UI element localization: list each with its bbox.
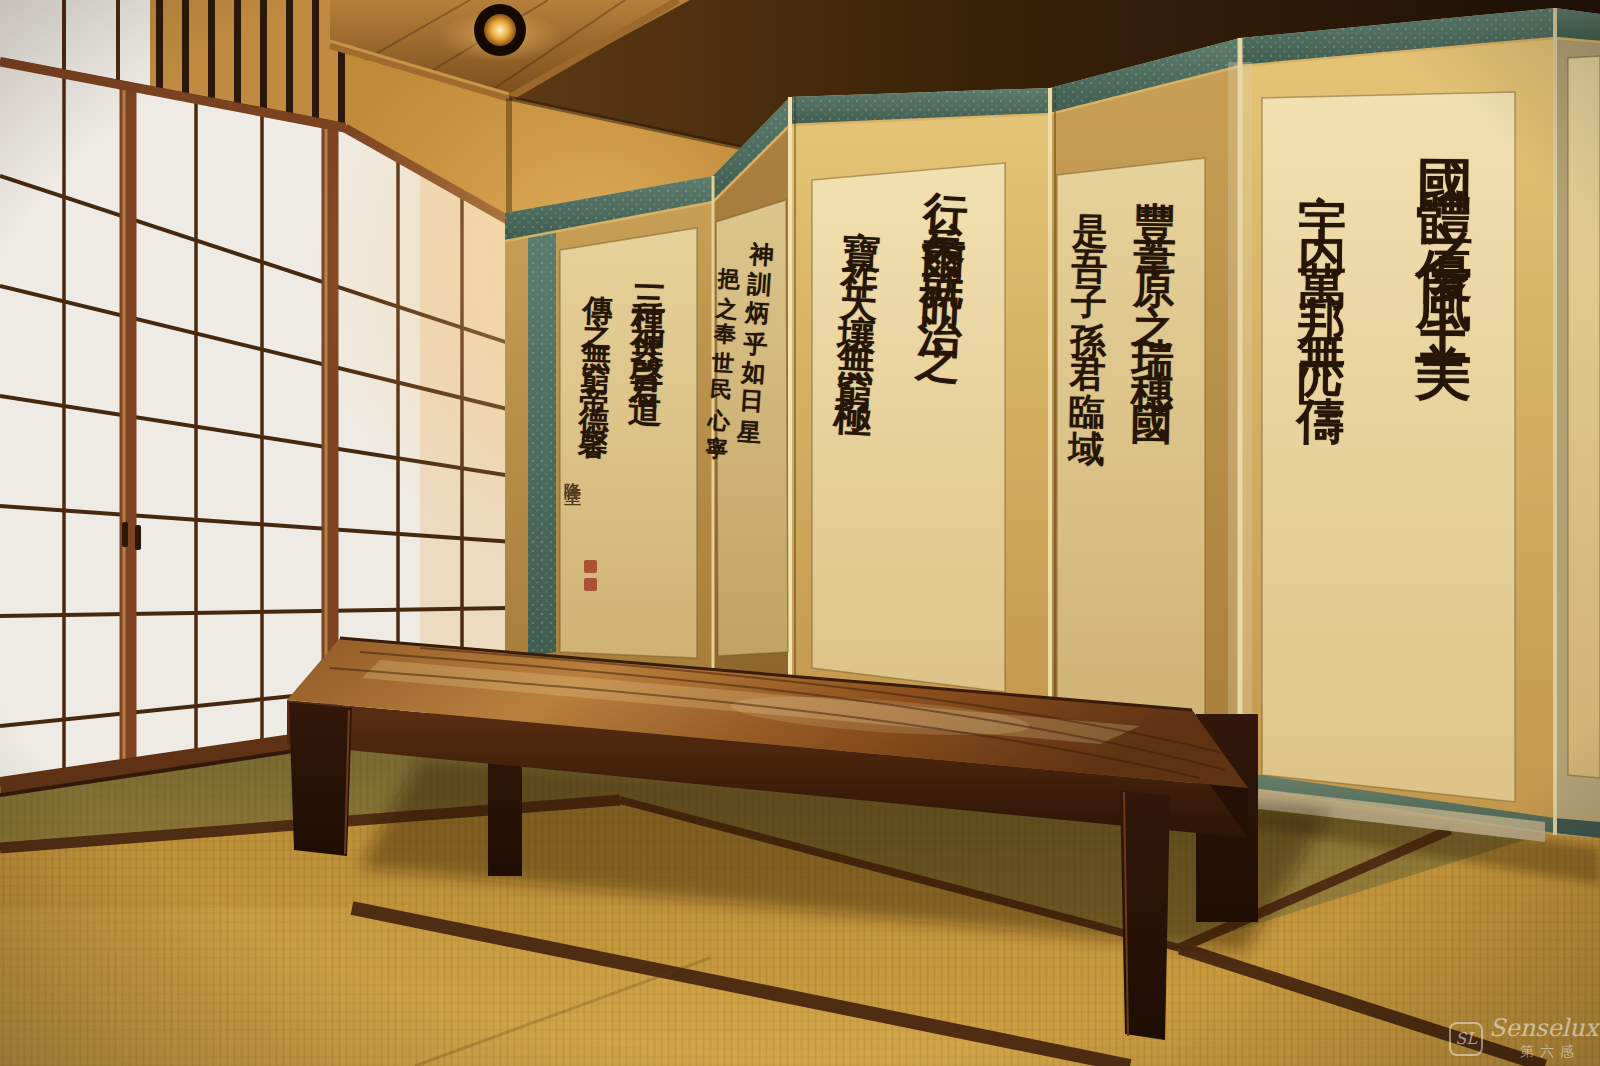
calligraphy-column: 三種神器啓君道 <box>624 257 674 385</box>
calligraphy-column: 國體之優風土美 <box>1406 115 1484 326</box>
watermark-brand: Senseluxury <box>1489 1014 1599 1042</box>
calligraphy-column: 寶祚天壤無窮極 <box>828 199 889 397</box>
watermark-logo-badge: SL <box>1449 1022 1483 1056</box>
room-scene <box>0 0 1600 1066</box>
photo-scene: 三種神器啓君道 傳之無窮帝德馨 隆堂 神訓炳乎如日星 挹之奉世民心寧 行矣爾就而… <box>0 0 1600 1066</box>
calligraphy-column: 宇内萬邦無匹儔 <box>1290 155 1356 394</box>
artist-seal <box>584 578 597 591</box>
vignette <box>0 0 1600 1066</box>
artist-signature: 隆堂 <box>562 468 585 480</box>
calligraphy-column: 豐葦原之瑞穗國 <box>1124 168 1184 407</box>
calligraphy-column: 傳之無窮帝德馨 <box>573 271 619 426</box>
watermark-brand-chinese: 第六感 <box>1520 1043 1580 1061</box>
artist-seal <box>584 560 597 573</box>
calligraphy-column: 是吾子孫君臨域 <box>1062 185 1115 438</box>
calligraphy-column: 行矣爾就而治之 <box>911 156 979 327</box>
